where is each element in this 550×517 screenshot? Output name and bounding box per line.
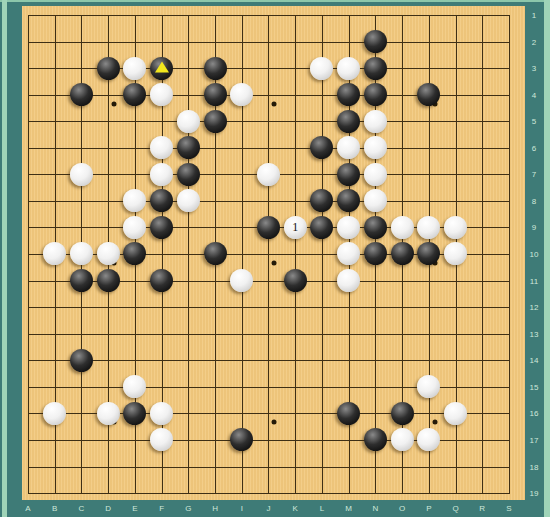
- black-stone-F8[interactable]: [150, 189, 173, 212]
- intersection-H16[interactable]: [202, 400, 229, 427]
- intersection-E1[interactable]: [122, 2, 149, 29]
- intersection-I12[interactable]: [228, 294, 255, 321]
- intersection-N8[interactable]: [362, 188, 389, 215]
- intersection-R3[interactable]: [469, 55, 496, 82]
- intersection-Q12[interactable]: [442, 294, 469, 321]
- intersection-P12[interactable]: [415, 294, 442, 321]
- intersection-N3[interactable]: [362, 55, 389, 82]
- intersection-S7[interactable]: [496, 161, 523, 188]
- intersection-F14[interactable]: [148, 347, 175, 374]
- intersection-F11[interactable]: [148, 267, 175, 294]
- intersection-A18[interactable]: [15, 453, 42, 480]
- intersection-I9[interactable]: [228, 214, 255, 241]
- intersection-R13[interactable]: [469, 320, 496, 347]
- intersection-J3[interactable]: [255, 55, 282, 82]
- intersection-M11[interactable]: [335, 267, 362, 294]
- intersection-O18[interactable]: [389, 453, 416, 480]
- black-stone-H4[interactable]: [204, 83, 227, 106]
- intersection-L17[interactable]: [309, 426, 336, 453]
- intersection-P3[interactable]: [415, 55, 442, 82]
- intersection-B9[interactable]: [41, 214, 68, 241]
- intersection-F3[interactable]: [148, 55, 175, 82]
- intersection-K10[interactable]: [282, 241, 309, 268]
- intersection-S17[interactable]: [496, 426, 523, 453]
- intersection-M4[interactable]: [335, 81, 362, 108]
- black-stone-I17[interactable]: [230, 428, 253, 451]
- intersection-R17[interactable]: [469, 426, 496, 453]
- intersection-M5[interactable]: [335, 108, 362, 135]
- intersection-O6[interactable]: [389, 134, 416, 161]
- white-stone-C10[interactable]: [70, 242, 93, 265]
- intersection-H19[interactable]: [202, 480, 229, 507]
- intersection-I2[interactable]: [228, 28, 255, 55]
- intersection-O15[interactable]: [389, 373, 416, 400]
- white-stone-M3[interactable]: [337, 57, 360, 80]
- intersection-Q9[interactable]: [442, 214, 469, 241]
- intersection-H5[interactable]: [202, 108, 229, 135]
- white-stone-D10[interactable]: [97, 242, 120, 265]
- intersection-D5[interactable]: [95, 108, 122, 135]
- black-stone-L9[interactable]: [310, 216, 333, 239]
- intersection-J11[interactable]: [255, 267, 282, 294]
- intersection-F1[interactable]: [148, 2, 175, 29]
- intersection-Q7[interactable]: [442, 161, 469, 188]
- intersection-O13[interactable]: [389, 320, 416, 347]
- white-stone-Q10[interactable]: [444, 242, 467, 265]
- intersection-N10[interactable]: [362, 241, 389, 268]
- intersection-D3[interactable]: [95, 55, 122, 82]
- intersection-D18[interactable]: [95, 453, 122, 480]
- intersection-E4[interactable]: [122, 81, 149, 108]
- black-stone-H5[interactable]: [204, 110, 227, 133]
- intersection-D13[interactable]: [95, 320, 122, 347]
- intersection-L10[interactable]: [309, 241, 336, 268]
- intersection-N18[interactable]: [362, 453, 389, 480]
- intersection-K14[interactable]: [282, 347, 309, 374]
- intersection-E8[interactable]: [122, 188, 149, 215]
- intersection-G13[interactable]: [175, 320, 202, 347]
- intersection-C17[interactable]: [68, 426, 95, 453]
- intersection-E9[interactable]: [122, 214, 149, 241]
- intersection-B7[interactable]: [41, 161, 68, 188]
- intersection-J16[interactable]: [255, 400, 282, 427]
- intersection-H9[interactable]: [202, 214, 229, 241]
- intersection-G1[interactable]: [175, 2, 202, 29]
- intersection-S10[interactable]: [496, 241, 523, 268]
- intersection-Q14[interactable]: [442, 347, 469, 374]
- intersection-Q19[interactable]: [442, 480, 469, 507]
- white-stone-N8[interactable]: [364, 189, 387, 212]
- intersection-E5[interactable]: [122, 108, 149, 135]
- intersection-R11[interactable]: [469, 267, 496, 294]
- intersection-M12[interactable]: [335, 294, 362, 321]
- intersection-N17[interactable]: [362, 426, 389, 453]
- black-stone-C14[interactable]: [70, 349, 93, 372]
- intersection-K19[interactable]: [282, 480, 309, 507]
- intersection-N16[interactable]: [362, 400, 389, 427]
- intersection-S14[interactable]: [496, 347, 523, 374]
- intersection-N7[interactable]: [362, 161, 389, 188]
- intersection-P5[interactable]: [415, 108, 442, 135]
- intersection-A8[interactable]: [15, 188, 42, 215]
- intersection-K6[interactable]: [282, 134, 309, 161]
- intersection-N19[interactable]: [362, 480, 389, 507]
- black-stone-C11[interactable]: [70, 269, 93, 292]
- go-board[interactable]: 1: [22, 6, 525, 500]
- intersection-K15[interactable]: [282, 373, 309, 400]
- intersection-A6[interactable]: [15, 134, 42, 161]
- intersection-P16[interactable]: [415, 400, 442, 427]
- intersection-A19[interactable]: [15, 480, 42, 507]
- white-stone-Q16[interactable]: [444, 402, 467, 425]
- intersection-I18[interactable]: [228, 453, 255, 480]
- black-stone-E16[interactable]: [123, 402, 146, 425]
- intersection-O11[interactable]: [389, 267, 416, 294]
- intersection-M13[interactable]: [335, 320, 362, 347]
- white-stone-B10[interactable]: [43, 242, 66, 265]
- black-stone-G6[interactable]: [177, 136, 200, 159]
- intersection-I11[interactable]: [228, 267, 255, 294]
- intersection-H17[interactable]: [202, 426, 229, 453]
- intersection-Q3[interactable]: [442, 55, 469, 82]
- intersection-D10[interactable]: [95, 241, 122, 268]
- intersection-I8[interactable]: [228, 188, 255, 215]
- intersection-S6[interactable]: [496, 134, 523, 161]
- intersection-G7[interactable]: [175, 161, 202, 188]
- intersection-K17[interactable]: [282, 426, 309, 453]
- intersection-Q8[interactable]: [442, 188, 469, 215]
- black-stone-F3[interactable]: [150, 57, 173, 80]
- intersection-G2[interactable]: [175, 28, 202, 55]
- intersection-C5[interactable]: [68, 108, 95, 135]
- intersection-Q10[interactable]: [442, 241, 469, 268]
- intersection-C16[interactable]: [68, 400, 95, 427]
- white-stone-P15[interactable]: [417, 375, 440, 398]
- intersection-B19[interactable]: [41, 480, 68, 507]
- intersection-A1[interactable]: [15, 2, 42, 29]
- intersection-K12[interactable]: [282, 294, 309, 321]
- white-stone-M6[interactable]: [337, 136, 360, 159]
- intersection-S13[interactable]: [496, 320, 523, 347]
- intersection-R19[interactable]: [469, 480, 496, 507]
- intersection-B5[interactable]: [41, 108, 68, 135]
- white-stone-M9[interactable]: [337, 216, 360, 239]
- intersection-J9[interactable]: [255, 214, 282, 241]
- intersection-S12[interactable]: [496, 294, 523, 321]
- intersection-H2[interactable]: [202, 28, 229, 55]
- intersection-O5[interactable]: [389, 108, 416, 135]
- white-stone-I11[interactable]: [230, 269, 253, 292]
- black-stone-N3[interactable]: [364, 57, 387, 80]
- intersection-R6[interactable]: [469, 134, 496, 161]
- intersection-C13[interactable]: [68, 320, 95, 347]
- intersection-P6[interactable]: [415, 134, 442, 161]
- intersection-C9[interactable]: [68, 214, 95, 241]
- intersection-B10[interactable]: [41, 241, 68, 268]
- intersection-B18[interactable]: [41, 453, 68, 480]
- intersection-B12[interactable]: [41, 294, 68, 321]
- intersection-B2[interactable]: [41, 28, 68, 55]
- intersection-I14[interactable]: [228, 347, 255, 374]
- white-stone-F4[interactable]: [150, 83, 173, 106]
- intersection-G12[interactable]: [175, 294, 202, 321]
- intersection-M19[interactable]: [335, 480, 362, 507]
- intersection-B16[interactable]: [41, 400, 68, 427]
- intersection-N2[interactable]: [362, 28, 389, 55]
- black-stone-F9[interactable]: [150, 216, 173, 239]
- intersection-B13[interactable]: [41, 320, 68, 347]
- intersection-A13[interactable]: [15, 320, 42, 347]
- intersection-C10[interactable]: [68, 241, 95, 268]
- black-stone-J9[interactable]: [257, 216, 280, 239]
- intersection-C11[interactable]: [68, 267, 95, 294]
- intersection-H6[interactable]: [202, 134, 229, 161]
- black-stone-D3[interactable]: [97, 57, 120, 80]
- intersection-H18[interactable]: [202, 453, 229, 480]
- intersection-S19[interactable]: [496, 480, 523, 507]
- black-stone-C4[interactable]: [70, 83, 93, 106]
- intersection-L9[interactable]: [309, 214, 336, 241]
- intersection-R2[interactable]: [469, 28, 496, 55]
- intersection-O14[interactable]: [389, 347, 416, 374]
- intersection-D6[interactable]: [95, 134, 122, 161]
- white-stone-F16[interactable]: [150, 402, 173, 425]
- intersection-C4[interactable]: [68, 81, 95, 108]
- intersection-F13[interactable]: [148, 320, 175, 347]
- intersection-P11[interactable]: [415, 267, 442, 294]
- intersection-J12[interactable]: [255, 294, 282, 321]
- intersection-P17[interactable]: [415, 426, 442, 453]
- intersection-I3[interactable]: [228, 55, 255, 82]
- intersection-J5[interactable]: [255, 108, 282, 135]
- intersection-S11[interactable]: [496, 267, 523, 294]
- intersection-I15[interactable]: [228, 373, 255, 400]
- intersection-E16[interactable]: [122, 400, 149, 427]
- intersection-F5[interactable]: [148, 108, 175, 135]
- white-stone-G5[interactable]: [177, 110, 200, 133]
- intersection-K5[interactable]: [282, 108, 309, 135]
- intersection-F6[interactable]: [148, 134, 175, 161]
- intersection-J19[interactable]: [255, 480, 282, 507]
- intersection-B17[interactable]: [41, 426, 68, 453]
- intersection-E2[interactable]: [122, 28, 149, 55]
- black-stone-M7[interactable]: [337, 163, 360, 186]
- intersection-O9[interactable]: [389, 214, 416, 241]
- white-stone-D16[interactable]: [97, 402, 120, 425]
- intersection-N1[interactable]: [362, 2, 389, 29]
- black-stone-E4[interactable]: [123, 83, 146, 106]
- intersection-J7[interactable]: [255, 161, 282, 188]
- intersection-A11[interactable]: [15, 267, 42, 294]
- intersection-D11[interactable]: [95, 267, 122, 294]
- black-stone-H3[interactable]: [204, 57, 227, 80]
- intersection-M7[interactable]: [335, 161, 362, 188]
- intersection-B6[interactable]: [41, 134, 68, 161]
- intersection-I6[interactable]: [228, 134, 255, 161]
- intersection-E18[interactable]: [122, 453, 149, 480]
- intersection-R15[interactable]: [469, 373, 496, 400]
- intersection-O16[interactable]: [389, 400, 416, 427]
- intersection-M18[interactable]: [335, 453, 362, 480]
- intersection-L19[interactable]: [309, 480, 336, 507]
- intersection-C1[interactable]: [68, 2, 95, 29]
- intersection-B3[interactable]: [41, 55, 68, 82]
- intersection-P9[interactable]: [415, 214, 442, 241]
- intersection-I17[interactable]: [228, 426, 255, 453]
- intersection-G6[interactable]: [175, 134, 202, 161]
- intersection-L11[interactable]: [309, 267, 336, 294]
- intersection-J6[interactable]: [255, 134, 282, 161]
- black-stone-N10[interactable]: [364, 242, 387, 265]
- intersection-Q4[interactable]: [442, 81, 469, 108]
- intersection-K11[interactable]: [282, 267, 309, 294]
- black-stone-N17[interactable]: [364, 428, 387, 451]
- intersection-M10[interactable]: [335, 241, 362, 268]
- black-stone-O16[interactable]: [391, 402, 414, 425]
- intersection-P15[interactable]: [415, 373, 442, 400]
- intersection-A12[interactable]: [15, 294, 42, 321]
- intersection-C3[interactable]: [68, 55, 95, 82]
- intersection-R14[interactable]: [469, 347, 496, 374]
- intersection-O10[interactable]: [389, 241, 416, 268]
- black-stone-M5[interactable]: [337, 110, 360, 133]
- intersection-E10[interactable]: [122, 241, 149, 268]
- intersection-G3[interactable]: [175, 55, 202, 82]
- intersection-B8[interactable]: [41, 188, 68, 215]
- intersection-F8[interactable]: [148, 188, 175, 215]
- intersection-G17[interactable]: [175, 426, 202, 453]
- intersection-G9[interactable]: [175, 214, 202, 241]
- intersection-S5[interactable]: [496, 108, 523, 135]
- intersection-H12[interactable]: [202, 294, 229, 321]
- intersection-B15[interactable]: [41, 373, 68, 400]
- intersection-F19[interactable]: [148, 480, 175, 507]
- white-stone-N6[interactable]: [364, 136, 387, 159]
- intersection-C6[interactable]: [68, 134, 95, 161]
- intersection-F9[interactable]: [148, 214, 175, 241]
- intersection-D1[interactable]: [95, 2, 122, 29]
- intersection-H4[interactable]: [202, 81, 229, 108]
- intersection-Q15[interactable]: [442, 373, 469, 400]
- white-stone-E8[interactable]: [123, 189, 146, 212]
- intersection-P19[interactable]: [415, 480, 442, 507]
- intersection-M17[interactable]: [335, 426, 362, 453]
- intersection-L1[interactable]: [309, 2, 336, 29]
- intersection-E14[interactable]: [122, 347, 149, 374]
- white-stone-G8[interactable]: [177, 189, 200, 212]
- white-stone-K9[interactable]: 1: [284, 216, 307, 239]
- intersection-L2[interactable]: [309, 28, 336, 55]
- intersection-F2[interactable]: [148, 28, 175, 55]
- intersection-L15[interactable]: [309, 373, 336, 400]
- intersection-P7[interactable]: [415, 161, 442, 188]
- intersection-H3[interactable]: [202, 55, 229, 82]
- intersection-N15[interactable]: [362, 373, 389, 400]
- intersection-A16[interactable]: [15, 400, 42, 427]
- white-stone-F17[interactable]: [150, 428, 173, 451]
- intersection-D12[interactable]: [95, 294, 122, 321]
- intersection-P2[interactable]: [415, 28, 442, 55]
- white-stone-N5[interactable]: [364, 110, 387, 133]
- intersection-J10[interactable]: [255, 241, 282, 268]
- intersection-D17[interactable]: [95, 426, 122, 453]
- black-stone-M4[interactable]: [337, 83, 360, 106]
- intersection-E11[interactable]: [122, 267, 149, 294]
- black-stone-M8[interactable]: [337, 189, 360, 212]
- intersection-Q16[interactable]: [442, 400, 469, 427]
- intersection-S4[interactable]: [496, 81, 523, 108]
- intersection-N12[interactable]: [362, 294, 389, 321]
- intersection-H15[interactable]: [202, 373, 229, 400]
- intersection-G5[interactable]: [175, 108, 202, 135]
- black-stone-G7[interactable]: [177, 163, 200, 186]
- intersection-M2[interactable]: [335, 28, 362, 55]
- intersection-Q2[interactable]: [442, 28, 469, 55]
- black-stone-F11[interactable]: [150, 269, 173, 292]
- intersection-E3[interactable]: [122, 55, 149, 82]
- intersection-K2[interactable]: [282, 28, 309, 55]
- intersection-S9[interactable]: [496, 214, 523, 241]
- intersection-O12[interactable]: [389, 294, 416, 321]
- intersection-J2[interactable]: [255, 28, 282, 55]
- intersection-O19[interactable]: [389, 480, 416, 507]
- white-stone-Q9[interactable]: [444, 216, 467, 239]
- intersection-R16[interactable]: [469, 400, 496, 427]
- intersection-R5[interactable]: [469, 108, 496, 135]
- intersection-F16[interactable]: [148, 400, 175, 427]
- intersection-P8[interactable]: [415, 188, 442, 215]
- intersection-L13[interactable]: [309, 320, 336, 347]
- intersection-A5[interactable]: [15, 108, 42, 135]
- intersection-K9[interactable]: 1: [282, 214, 309, 241]
- white-stone-L3[interactable]: [310, 57, 333, 80]
- intersection-M6[interactable]: [335, 134, 362, 161]
- intersection-K13[interactable]: [282, 320, 309, 347]
- intersection-J1[interactable]: [255, 2, 282, 29]
- intersection-I5[interactable]: [228, 108, 255, 135]
- intersection-K16[interactable]: [282, 400, 309, 427]
- intersection-Q13[interactable]: [442, 320, 469, 347]
- intersection-P13[interactable]: [415, 320, 442, 347]
- intersection-S8[interactable]: [496, 188, 523, 215]
- intersection-F4[interactable]: [148, 81, 175, 108]
- intersection-D14[interactable]: [95, 347, 122, 374]
- intersection-G16[interactable]: [175, 400, 202, 427]
- intersection-J8[interactable]: [255, 188, 282, 215]
- intersection-I1[interactable]: [228, 2, 255, 29]
- black-stone-N2[interactable]: [364, 30, 387, 53]
- intersection-M14[interactable]: [335, 347, 362, 374]
- intersection-C19[interactable]: [68, 480, 95, 507]
- intersection-S2[interactable]: [496, 28, 523, 55]
- intersection-Q5[interactable]: [442, 108, 469, 135]
- intersection-J4[interactable]: [255, 81, 282, 108]
- intersection-F17[interactable]: [148, 426, 175, 453]
- intersection-G10[interactable]: [175, 241, 202, 268]
- intersection-G8[interactable]: [175, 188, 202, 215]
- intersection-H11[interactable]: [202, 267, 229, 294]
- white-stone-F7[interactable]: [150, 163, 173, 186]
- intersection-C15[interactable]: [68, 373, 95, 400]
- intersection-O7[interactable]: [389, 161, 416, 188]
- intersection-R9[interactable]: [469, 214, 496, 241]
- intersection-A15[interactable]: [15, 373, 42, 400]
- intersection-C14[interactable]: [68, 347, 95, 374]
- intersection-R10[interactable]: [469, 241, 496, 268]
- white-stone-E15[interactable]: [123, 375, 146, 398]
- white-stone-O17[interactable]: [391, 428, 414, 451]
- intersection-C2[interactable]: [68, 28, 95, 55]
